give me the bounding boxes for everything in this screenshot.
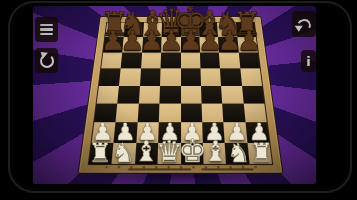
undo-button[interactable] [292,11,316,37]
square-f5[interactable] [200,69,221,86]
white-knight[interactable]: ♞ [112,140,136,166]
rotate-board-button[interactable] [35,48,58,73]
black-pawn[interactable]: ♟ [237,27,262,55]
undo-icon [295,17,312,34]
square-e5[interactable] [181,69,201,86]
menu-button[interactable] [35,17,58,42]
square-h4[interactable] [242,86,265,104]
square-c5[interactable] [140,69,161,86]
square-b5[interactable] [119,69,140,86]
square-d4[interactable] [160,86,181,104]
info-button[interactable]: i [301,50,316,72]
rotate-icon [40,54,54,68]
square-f4[interactable] [201,86,223,104]
square-d5[interactable] [160,69,180,86]
phone-bezel: ♜♞♝♛♚♝♞♜♟♟♟♟♟♟♟♟♟♟♟♟♟♟♟♟♜♞♝♛♚♝♞♜ i [8,1,352,193]
info-icon: i [306,55,310,68]
square-e4[interactable] [181,86,202,104]
square-b4[interactable] [118,86,140,104]
app-screen: ♜♞♝♛♚♝♞♜♟♟♟♟♟♟♟♟♟♟♟♟♟♟♟♟♜♞♝♛♚♝♞♜ i [33,6,316,184]
square-c4[interactable] [139,86,161,104]
white-rook[interactable]: ♜ [250,140,274,166]
screenshot-stage: ♜♞♝♛♚♝♞♜♟♟♟♟♟♟♟♟♟♟♟♟♟♟♟♟♜♞♝♛♚♝♞♜ i [0,0,357,200]
square-h5[interactable] [240,69,262,86]
square-a4[interactable] [97,86,120,104]
square-a5[interactable] [99,69,121,86]
white-knight[interactable]: ♞ [227,140,251,166]
square-g5[interactable] [220,69,241,86]
square-g4[interactable] [221,86,243,104]
white-bishop[interactable]: ♝ [203,139,228,167]
white-rook[interactable]: ♜ [88,140,112,166]
hamburger-icon [40,24,53,36]
